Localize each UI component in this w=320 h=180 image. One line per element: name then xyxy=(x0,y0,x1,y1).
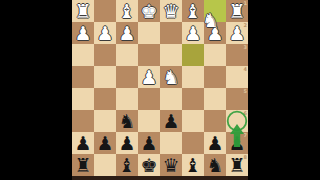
square-b8[interactable]: ♞ xyxy=(204,154,226,176)
black-bishop[interactable]: ♝ xyxy=(116,154,138,176)
square-a3[interactable]: 3 xyxy=(226,44,248,66)
square-g6[interactable] xyxy=(94,110,116,132)
square-a7[interactable]: ♟7 xyxy=(226,132,248,154)
square-a4[interactable]: 4 xyxy=(226,66,248,88)
rank-coordinate: 7 xyxy=(244,132,247,138)
square-h1[interactable]: ♜ xyxy=(72,0,94,22)
white-pawn[interactable]: ♟ xyxy=(72,22,94,44)
black-bishop[interactable]: ♝ xyxy=(182,154,204,176)
black-pawn[interactable]: ♟ xyxy=(138,132,160,154)
square-d2[interactable] xyxy=(160,22,182,44)
square-b3[interactable] xyxy=(204,44,226,66)
square-c5[interactable] xyxy=(182,88,204,110)
square-g1[interactable] xyxy=(94,0,116,22)
square-h2[interactable]: ♟ xyxy=(72,22,94,44)
square-e6[interactable] xyxy=(138,110,160,132)
square-e1[interactable]: ♚ xyxy=(138,0,160,22)
rank-coordinate: 3 xyxy=(244,44,247,50)
square-d1[interactable]: ♛ xyxy=(160,0,182,22)
square-b6[interactable] xyxy=(204,110,226,132)
square-e8[interactable]: ♚ xyxy=(138,154,160,176)
white-queen[interactable]: ♛ xyxy=(160,0,182,22)
rank-coordinate: 5 xyxy=(244,88,247,94)
square-g3[interactable] xyxy=(94,44,116,66)
white-pawn[interactable]: ♟ xyxy=(94,22,116,44)
square-b4[interactable] xyxy=(204,66,226,88)
white-pawn[interactable]: ♟ xyxy=(138,66,160,88)
black-pawn[interactable]: ♟ xyxy=(116,132,138,154)
square-f8[interactable]: ♝ xyxy=(116,154,138,176)
white-bishop[interactable]: ♝ xyxy=(116,0,138,22)
square-d8[interactable]: ♛ xyxy=(160,154,182,176)
chess-board[interactable]: ♜♝♚♛♝♜1♟♟♟♟♟♟23♟♞45♞♟6♟♟♟♟♟♟7♜♝♚♛♝♞♜8♞ xyxy=(72,0,248,176)
white-king[interactable]: ♚ xyxy=(138,0,160,22)
rank-coordinate: 1 xyxy=(244,0,247,6)
square-a2[interactable]: ♟2 xyxy=(226,22,248,44)
square-h4[interactable] xyxy=(72,66,94,88)
black-knight[interactable]: ♞ xyxy=(116,110,138,132)
square-c6[interactable] xyxy=(182,110,204,132)
square-g7[interactable]: ♟ xyxy=(94,132,116,154)
black-rook[interactable]: ♜ xyxy=(72,154,94,176)
square-h7[interactable]: ♟ xyxy=(72,132,94,154)
black-king[interactable]: ♚ xyxy=(138,154,160,176)
square-e2[interactable] xyxy=(138,22,160,44)
square-g5[interactable] xyxy=(94,88,116,110)
square-e5[interactable] xyxy=(138,88,160,110)
board-bottom-edge xyxy=(72,176,248,180)
black-knight[interactable]: ♞ xyxy=(204,154,226,176)
square-d3[interactable] xyxy=(160,44,182,66)
square-f1[interactable]: ♝ xyxy=(116,0,138,22)
square-d6[interactable]: ♟ xyxy=(160,110,182,132)
square-e4[interactable]: ♟ xyxy=(138,66,160,88)
square-e7[interactable]: ♟ xyxy=(138,132,160,154)
square-c8[interactable]: ♝ xyxy=(182,154,204,176)
square-d4[interactable]: ♞ xyxy=(160,66,182,88)
white-rook[interactable]: ♜ xyxy=(72,0,94,22)
square-c3[interactable] xyxy=(182,44,204,66)
white-knight[interactable]: ♞ xyxy=(160,66,182,88)
square-f6[interactable]: ♞ xyxy=(116,110,138,132)
black-pawn[interactable]: ♟ xyxy=(160,110,182,132)
square-d5[interactable] xyxy=(160,88,182,110)
square-f7[interactable]: ♟ xyxy=(116,132,138,154)
black-pawn[interactable]: ♟ xyxy=(94,132,116,154)
video-frame: ♜♝♚♛♝♜1♟♟♟♟♟♟23♟♞45♞♟6♟♟♟♟♟♟7♜♝♚♛♝♞♜8♞ xyxy=(0,0,320,180)
square-b5[interactable] xyxy=(204,88,226,110)
white-knight-animating[interactable]: ♞ xyxy=(200,9,222,31)
square-a5[interactable]: 5 xyxy=(226,88,248,110)
square-a8[interactable]: ♜8 xyxy=(226,154,248,176)
square-c4[interactable] xyxy=(182,66,204,88)
rank-coordinate: 8 xyxy=(244,154,247,160)
square-a1[interactable]: ♜1 xyxy=(226,0,248,22)
square-h6[interactable] xyxy=(72,110,94,132)
black-pawn[interactable]: ♟ xyxy=(72,132,94,154)
square-f3[interactable] xyxy=(116,44,138,66)
square-a6[interactable]: 6 xyxy=(226,110,248,132)
square-g8[interactable] xyxy=(94,154,116,176)
rank-coordinate: 4 xyxy=(244,66,247,72)
square-g2[interactable]: ♟ xyxy=(94,22,116,44)
rank-coordinate: 6 xyxy=(244,110,247,116)
square-c7[interactable] xyxy=(182,132,204,154)
black-queen[interactable]: ♛ xyxy=(160,154,182,176)
square-b7[interactable]: ♟ xyxy=(204,132,226,154)
square-g4[interactable] xyxy=(94,66,116,88)
square-d7[interactable] xyxy=(160,132,182,154)
square-h3[interactable] xyxy=(72,44,94,66)
white-pawn[interactable]: ♟ xyxy=(116,22,138,44)
square-f5[interactable] xyxy=(116,88,138,110)
square-h8[interactable]: ♜ xyxy=(72,154,94,176)
square-e3[interactable] xyxy=(138,44,160,66)
square-h5[interactable] xyxy=(72,88,94,110)
rank-coordinate: 2 xyxy=(244,22,247,28)
square-f4[interactable] xyxy=(116,66,138,88)
black-pawn[interactable]: ♟ xyxy=(204,132,226,154)
square-f2[interactable]: ♟ xyxy=(116,22,138,44)
